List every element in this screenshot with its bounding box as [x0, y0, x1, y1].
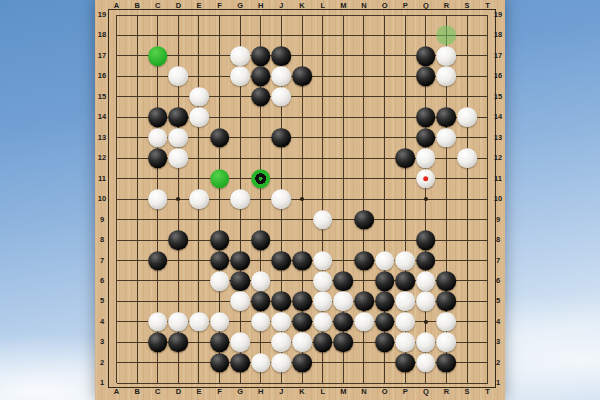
stone-white-E4: [189, 312, 209, 332]
coord-label: 6: [100, 277, 104, 285]
stone-black-D8: [169, 230, 189, 250]
coord-label: 4: [100, 318, 104, 326]
stone-black-J5: [272, 292, 292, 312]
green-hint-stone-C17: [148, 46, 168, 66]
coord-label: 5: [496, 298, 500, 306]
stone-black-C7: [148, 251, 168, 271]
stone-white-R13: [437, 128, 457, 148]
coord-label: D: [176, 2, 181, 10]
coord-label: A: [114, 2, 119, 10]
coord-label: B: [134, 388, 139, 396]
green-hint-stone-F11: [210, 169, 230, 189]
stone-black-Q13: [416, 128, 436, 148]
coord-label: 5: [100, 298, 104, 306]
stone-white-H6: [251, 271, 271, 291]
coord-label: 15: [494, 93, 502, 101]
coord-label: S: [465, 388, 470, 396]
stone-black-C3: [148, 333, 168, 353]
coord-label: E: [196, 2, 201, 10]
coord-label: 15: [98, 93, 106, 101]
star-point: [300, 197, 304, 201]
stone-black-H15: [251, 87, 271, 107]
coord-label: R: [444, 2, 449, 10]
coord-label: M: [340, 388, 346, 396]
stone-white-F4: [210, 312, 230, 332]
coord-label: P: [403, 388, 408, 396]
stone-white-O7: [375, 251, 395, 271]
stone-black-K5: [292, 292, 312, 312]
coord-label: F: [217, 2, 222, 10]
go-board[interactable]: AABBCCDDEEFFGGHHJJKKLLMMNNOOPPQQRRSSTT19…: [95, 0, 505, 400]
coord-label: R: [444, 388, 449, 396]
stone-white-G17: [230, 46, 250, 66]
stone-black-D3: [169, 333, 189, 353]
coord-label: 19: [98, 11, 106, 19]
coord-label: N: [361, 388, 366, 396]
coord-label: K: [299, 2, 304, 10]
stone-white-C13: [148, 128, 168, 148]
stone-white-H4: [251, 312, 271, 332]
stone-white-P3: [395, 333, 415, 353]
stone-black-P12: [395, 148, 415, 168]
stone-black-H17: [251, 46, 271, 66]
coord-label: 6: [496, 277, 500, 285]
stone-black-P2: [395, 353, 415, 373]
stone-white-G5: [230, 292, 250, 312]
stone-black-K4: [292, 312, 312, 332]
grid-line: [117, 35, 488, 36]
stone-white-E15: [189, 87, 209, 107]
stone-white-C10: [148, 189, 168, 209]
coord-label: 14: [98, 114, 106, 122]
stone-white-L5: [313, 292, 333, 312]
stone-black-F7: [210, 251, 230, 271]
stone-black-H5: [251, 292, 271, 312]
stone-white-J3: [272, 333, 292, 353]
stone-white-Q3: [416, 333, 436, 353]
coord-label: 3: [100, 339, 104, 347]
coord-label: K: [299, 388, 304, 396]
stone-white-J10: [272, 189, 292, 209]
coord-label: C: [155, 2, 160, 10]
stone-black-G2: [230, 353, 250, 373]
stone-white-L6: [313, 271, 333, 291]
stone-black-R2: [437, 353, 457, 373]
stone-white-M5: [334, 292, 354, 312]
coord-label: A: [114, 388, 119, 396]
green-hint-black-center-H11: [251, 169, 271, 189]
coord-label: 16: [98, 73, 106, 81]
coord-label: 8: [496, 236, 500, 244]
coord-label: 11: [494, 175, 502, 183]
coord-label: J: [279, 388, 283, 396]
coord-label: D: [176, 388, 181, 396]
grid-line: [117, 219, 488, 220]
coord-label: 12: [98, 154, 106, 162]
stone-black-O6: [375, 271, 395, 291]
stone-black-L3: [313, 333, 333, 353]
stone-white-D12: [169, 148, 189, 168]
star-point: [424, 197, 428, 201]
coord-label: 18: [98, 32, 106, 40]
coord-label: 13: [494, 134, 502, 142]
coord-label: Q: [423, 388, 429, 396]
stone-black-D14: [169, 108, 189, 128]
stone-white-Q2: [416, 353, 436, 373]
preview-stone-green-R18: [437, 26, 457, 46]
stone-white-J4: [272, 312, 292, 332]
coord-label: G: [237, 2, 243, 10]
stone-white-L4: [313, 312, 333, 332]
stone-black-K16: [292, 67, 312, 87]
coord-label: M: [340, 2, 346, 10]
stone-black-N5: [354, 292, 374, 312]
stone-black-R14: [437, 108, 457, 128]
coord-label: 2: [100, 359, 104, 367]
stone-white-D4: [169, 312, 189, 332]
stone-black-M3: [334, 333, 354, 353]
stone-white-D13: [169, 128, 189, 148]
stone-white-F6: [210, 271, 230, 291]
coord-label: G: [237, 388, 243, 396]
stone-white-R3: [437, 333, 457, 353]
stone-black-M6: [334, 271, 354, 291]
coord-label: 16: [494, 73, 502, 81]
coord-label: L: [320, 2, 325, 10]
coord-label: 1: [496, 380, 500, 388]
stone-white-E10: [189, 189, 209, 209]
stone-black-K7: [292, 251, 312, 271]
stone-white-L7: [313, 251, 333, 271]
coord-label: 17: [98, 52, 106, 60]
stone-black-C14: [148, 108, 168, 128]
stone-white-G10: [230, 189, 250, 209]
stone-white-S14: [457, 108, 477, 128]
star-point: [176, 197, 180, 201]
stone-black-J17: [272, 46, 292, 66]
coord-label: P: [403, 2, 408, 10]
coord-label: 3: [496, 339, 500, 347]
stone-black-P6: [395, 271, 415, 291]
coord-label: 2: [496, 359, 500, 367]
stone-black-J13: [272, 128, 292, 148]
stone-black-K2: [292, 353, 312, 373]
grid-line: [117, 383, 488, 384]
coord-label: 13: [98, 134, 106, 142]
stone-black-R6: [437, 271, 457, 291]
stone-white-G16: [230, 67, 250, 87]
stone-white-R4: [437, 312, 457, 332]
coord-label: T: [485, 388, 490, 396]
stone-white-E14: [189, 108, 209, 128]
stone-white-G3: [230, 333, 250, 353]
stone-black-F13: [210, 128, 230, 148]
stone-black-C12: [148, 148, 168, 168]
stone-white-J16: [272, 67, 292, 87]
coord-label: O: [382, 388, 388, 396]
stone-black-H16: [251, 67, 271, 87]
grid-line: [117, 96, 488, 97]
stone-white-K3: [292, 333, 312, 353]
coord-label: 8: [100, 236, 104, 244]
stone-black-M4: [334, 312, 354, 332]
stone-white-Q12: [416, 148, 436, 168]
stone-black-G6: [230, 271, 250, 291]
stone-white-P7: [395, 251, 415, 271]
stone-black-Q17: [416, 46, 436, 66]
stone-black-F3: [210, 333, 230, 353]
coord-label: 18: [494, 32, 502, 40]
coord-label: 17: [494, 52, 502, 60]
coord-label: O: [382, 2, 388, 10]
coord-label: 7: [496, 257, 500, 265]
stone-black-O3: [375, 333, 395, 353]
coord-label: 10: [494, 195, 502, 203]
stone-white-R16: [437, 67, 457, 87]
sky-background: AABBCCDDEEFFGGHHJJKKLLMMNNOOPPQQRRSSTT19…: [0, 0, 600, 400]
stone-white-last-move-Q11: [416, 169, 436, 189]
coord-label: J: [279, 2, 283, 10]
coord-label: H: [258, 388, 263, 396]
coord-label: F: [217, 388, 222, 396]
coord-label: S: [465, 2, 470, 10]
stone-black-O4: [375, 312, 395, 332]
star-point: [424, 320, 428, 324]
stone-white-R17: [437, 46, 457, 66]
coord-label: E: [196, 388, 201, 396]
stone-white-S12: [457, 148, 477, 168]
coord-label: N: [361, 2, 366, 10]
stone-white-Q5: [416, 292, 436, 312]
coord-label: 7: [100, 257, 104, 265]
coord-label: H: [258, 2, 263, 10]
coord-label: 19: [494, 11, 502, 19]
coord-label: 1: [100, 380, 104, 388]
stone-white-Q6: [416, 271, 436, 291]
stone-black-Q14: [416, 108, 436, 128]
stone-black-R5: [437, 292, 457, 312]
stone-white-P5: [395, 292, 415, 312]
stone-black-N9: [354, 210, 374, 230]
coord-label: 4: [496, 318, 500, 326]
coord-label: Q: [423, 2, 429, 10]
stone-black-F8: [210, 230, 230, 250]
coord-label: C: [155, 388, 160, 396]
stone-white-J2: [272, 353, 292, 373]
stone-black-Q16: [416, 67, 436, 87]
stone-black-J7: [272, 251, 292, 271]
coord-label: 9: [100, 216, 104, 224]
coord-label: 9: [496, 216, 500, 224]
stone-white-N4: [354, 312, 374, 332]
stone-white-L9: [313, 210, 333, 230]
stone-black-Q7: [416, 251, 436, 271]
stone-black-H8: [251, 230, 271, 250]
stone-black-N7: [354, 251, 374, 271]
stone-black-Q8: [416, 230, 436, 250]
stone-white-P4: [395, 312, 415, 332]
coord-label: 10: [98, 195, 106, 203]
stone-black-G7: [230, 251, 250, 271]
stone-white-D16: [169, 67, 189, 87]
stone-white-H2: [251, 353, 271, 373]
stone-black-O5: [375, 292, 395, 312]
stone-white-C4: [148, 312, 168, 332]
coord-label: L: [320, 388, 325, 396]
coord-label: 11: [98, 175, 106, 183]
coord-label: 14: [494, 114, 502, 122]
grid-line: [117, 15, 488, 16]
stone-black-F2: [210, 353, 230, 373]
coord-label: B: [134, 2, 139, 10]
coord-label: T: [485, 2, 490, 10]
stone-white-J15: [272, 87, 292, 107]
coord-label: 12: [494, 154, 502, 162]
